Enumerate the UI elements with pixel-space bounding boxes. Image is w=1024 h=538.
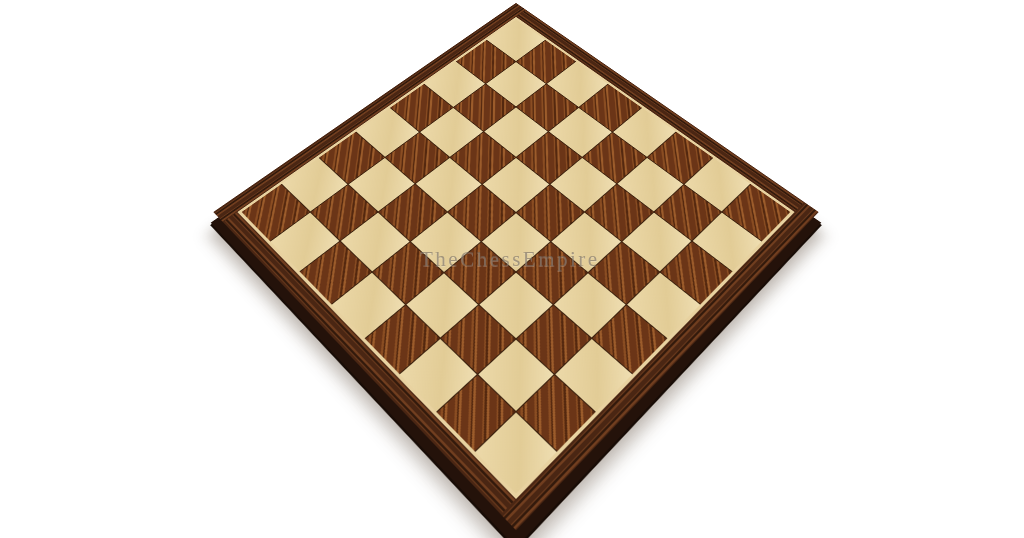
product-photo: TheChessEmpire — [0, 0, 1024, 538]
chess-board-grid — [242, 19, 791, 493]
chess-board — [213, 3, 818, 530]
